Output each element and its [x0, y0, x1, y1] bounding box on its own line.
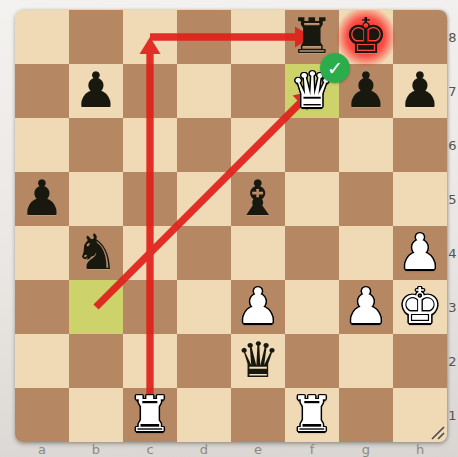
- file-label-f: f: [285, 442, 339, 457]
- square-d8[interactable]: [177, 10, 231, 64]
- rank-label-5: 5: [447, 172, 458, 226]
- square-a3[interactable]: [15, 280, 69, 334]
- piece-white-p-g3[interactable]: ♟: [339, 280, 393, 334]
- square-b8[interactable]: [69, 10, 123, 64]
- piece-black-p-h7[interactable]: ♟: [393, 64, 447, 118]
- square-f4[interactable]: [285, 226, 339, 280]
- file-labels: abcdefgh: [15, 442, 447, 457]
- chess-board[interactable]: ♜♚♟♛♟♟♟♝♞♟♟♟♚♛♜♜ ✓: [15, 10, 447, 442]
- square-f2[interactable]: [285, 334, 339, 388]
- page-background: ♜♚♟♛♟♟♟♝♞♟♟♟♚♛♜♜ ✓ abcdefgh 87654321: [0, 0, 458, 457]
- piece-white-p-h4[interactable]: ♟: [393, 226, 447, 280]
- square-c5[interactable]: [123, 172, 177, 226]
- rank-label-2: 2: [447, 334, 458, 388]
- piece-black-p-a5[interactable]: ♟: [15, 172, 69, 226]
- piece-white-r-f1[interactable]: ♜: [285, 388, 339, 442]
- square-a1[interactable]: [15, 388, 69, 442]
- square-b5[interactable]: [69, 172, 123, 226]
- square-f6[interactable]: [285, 118, 339, 172]
- square-c2[interactable]: [123, 334, 177, 388]
- piece-white-r-c1[interactable]: ♜: [123, 388, 177, 442]
- square-d1[interactable]: [177, 388, 231, 442]
- rank-label-8: 8: [447, 10, 458, 64]
- square-b1[interactable]: [69, 388, 123, 442]
- square-d3[interactable]: [177, 280, 231, 334]
- square-d6[interactable]: [177, 118, 231, 172]
- piece-black-q-e2[interactable]: ♛: [231, 334, 285, 388]
- square-c3[interactable]: [123, 280, 177, 334]
- rank-labels: 87654321: [447, 10, 458, 442]
- square-a7[interactable]: [15, 64, 69, 118]
- square-h2[interactable]: [393, 334, 447, 388]
- square-h8[interactable]: [393, 10, 447, 64]
- piece-black-b-e5[interactable]: ♝: [231, 172, 285, 226]
- rank-label-4: 4: [447, 226, 458, 280]
- square-d2[interactable]: [177, 334, 231, 388]
- square-c6[interactable]: [123, 118, 177, 172]
- rank-label-3: 3: [447, 280, 458, 334]
- square-a2[interactable]: [15, 334, 69, 388]
- square-e1[interactable]: [231, 388, 285, 442]
- file-label-h: h: [393, 442, 447, 457]
- board-resize-handle[interactable]: [431, 426, 445, 440]
- square-g1[interactable]: [339, 388, 393, 442]
- square-e6[interactable]: [231, 118, 285, 172]
- square-a4[interactable]: [15, 226, 69, 280]
- square-a8[interactable]: [15, 10, 69, 64]
- square-g5[interactable]: [339, 172, 393, 226]
- file-label-c: c: [123, 442, 177, 457]
- square-e4[interactable]: [231, 226, 285, 280]
- file-label-b: b: [69, 442, 123, 457]
- square-d4[interactable]: [177, 226, 231, 280]
- square-f5[interactable]: [285, 172, 339, 226]
- square-h5[interactable]: [393, 172, 447, 226]
- square-g2[interactable]: [339, 334, 393, 388]
- square-d7[interactable]: [177, 64, 231, 118]
- rank-label-7: 7: [447, 64, 458, 118]
- piece-black-n-b4[interactable]: ♞: [69, 226, 123, 280]
- square-f3[interactable]: [285, 280, 339, 334]
- square-a6[interactable]: [15, 118, 69, 172]
- square-c7[interactable]: [123, 64, 177, 118]
- square-c8[interactable]: [123, 10, 177, 64]
- square-e7[interactable]: [231, 64, 285, 118]
- piece-white-k-h3[interactable]: ♚: [393, 280, 447, 334]
- square-b6[interactable]: [69, 118, 123, 172]
- square-d5[interactable]: [177, 172, 231, 226]
- piece-black-k-g8[interactable]: ♚: [339, 10, 393, 64]
- rank-label-1: 1: [447, 388, 458, 442]
- checkmark-icon: ✓: [327, 53, 343, 83]
- square-e8[interactable]: [231, 10, 285, 64]
- file-label-e: e: [231, 442, 285, 457]
- square-g6[interactable]: [339, 118, 393, 172]
- rank-label-6: 6: [447, 118, 458, 172]
- piece-black-p-b7[interactable]: ♟: [69, 64, 123, 118]
- correct-move-badge: ✓: [320, 53, 350, 83]
- square-b3[interactable]: [69, 280, 123, 334]
- square-b2[interactable]: [69, 334, 123, 388]
- square-g4[interactable]: [339, 226, 393, 280]
- file-label-a: a: [15, 442, 69, 457]
- piece-white-p-e3[interactable]: ♟: [231, 280, 285, 334]
- square-h6[interactable]: [393, 118, 447, 172]
- file-label-d: d: [177, 442, 231, 457]
- square-c4[interactable]: [123, 226, 177, 280]
- file-label-g: g: [339, 442, 393, 457]
